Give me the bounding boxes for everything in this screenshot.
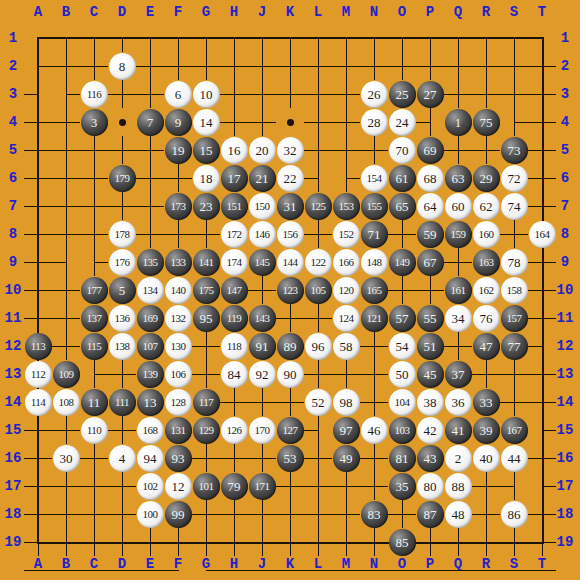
point-G9[interactable]: [220, 500, 248, 528]
stone-black-121-N11: 121: [361, 305, 388, 332]
col-label-O: O: [388, 0, 416, 24]
point-P8[interactable]: [304, 472, 332, 500]
stone-white-132-F11: 132: [165, 305, 192, 332]
stone-black-127-K15: 127: [277, 417, 304, 444]
point-K10[interactable]: [444, 528, 472, 556]
point-A3[interactable]: [52, 80, 80, 108]
point-G5[interactable]: [136, 192, 164, 220]
stone-white-150-J7: 150: [249, 193, 276, 220]
stone-white-110-C15: 110: [81, 417, 108, 444]
point-P5[interactable]: [304, 220, 332, 248]
point-L10[interactable]: [472, 528, 500, 556]
point-J9[interactable]: [276, 500, 304, 528]
point-F1[interactable]: [164, 24, 192, 52]
point-K7[interactable]: [220, 388, 248, 416]
point-H3[interactable]: [332, 80, 360, 108]
point-E6[interactable]: [52, 276, 80, 304]
col-label-F: F: [164, 0, 192, 24]
point-T7[interactable]: [304, 416, 332, 444]
point-L1[interactable]: [304, 24, 332, 52]
stone-white-126-H15: 126: [221, 417, 248, 444]
point-H7[interactable]: [500, 360, 528, 388]
point-N1[interactable]: [360, 24, 388, 52]
stone-white-92-J13: 92: [249, 361, 276, 388]
point-J6[interactable]: [528, 276, 556, 304]
stone-white-138-D12: 138: [109, 333, 136, 360]
stone-white-88-Q17: 88: [445, 473, 472, 500]
point-P6[interactable]: [52, 332, 80, 360]
point-C4[interactable]: [24, 136, 52, 164]
point-A8[interactable]: [528, 416, 556, 444]
point-H9[interactable]: [248, 500, 276, 528]
point-Q9[interactable]: [52, 528, 80, 556]
point-S6[interactable]: [444, 332, 472, 360]
col-label-S: S: [500, 0, 528, 24]
point-S7[interactable]: [108, 416, 136, 444]
point-H1[interactable]: [220, 24, 248, 52]
point-E3[interactable]: [248, 80, 276, 108]
stone-white-2-Q16: 2: [445, 445, 472, 472]
stone-black-49-M16: 49: [333, 445, 360, 472]
point-Q5[interactable]: [388, 220, 416, 248]
point-P4[interactable]: [52, 164, 80, 192]
stone-white-94-E16: 94: [137, 445, 164, 472]
stone-black-163-R9: 163: [473, 249, 500, 276]
point-N8[interactable]: [108, 472, 136, 500]
point-B3[interactable]: [108, 80, 136, 108]
stone-black-147-H10: 147: [221, 277, 248, 304]
point-Q7[interactable]: [24, 416, 52, 444]
stone-black-51-P12: 51: [417, 333, 444, 360]
point-D10[interactable]: [248, 528, 276, 556]
point-O4[interactable]: [24, 164, 52, 192]
stone-white-122-L9: 122: [305, 249, 332, 276]
point-A7[interactable]: [80, 360, 108, 388]
stone-black-97-M15: 97: [333, 417, 360, 444]
point-K1[interactable]: [276, 24, 304, 52]
stone-white-158-S10: 158: [501, 277, 528, 304]
stone-black-31-K7: 31: [277, 193, 304, 220]
stone-black-43-P16: 43: [417, 445, 444, 472]
point-Q8[interactable]: [332, 472, 360, 500]
point-A6[interactable]: [80, 248, 108, 276]
stone-black-63-Q6: 63: [445, 165, 472, 192]
point-E10[interactable]: [276, 528, 304, 556]
point-N9[interactable]: [472, 500, 500, 528]
stone-white-6-F3: 6: [165, 81, 192, 108]
point-R2[interactable]: [500, 52, 528, 80]
point-S5[interactable]: [24, 248, 52, 276]
stone-white-156-K8: 156: [277, 221, 304, 248]
row-label-11: 11: [0, 304, 26, 332]
point-C7[interactable]: [192, 360, 220, 388]
point-S1[interactable]: [500, 24, 528, 52]
point-L2[interactable]: [332, 52, 360, 80]
stone-black-153-M7: 153: [333, 193, 360, 220]
stone-white-114-A14: 114: [25, 389, 52, 416]
point-F10[interactable]: [304, 528, 332, 556]
stone-white-10-G3: 10: [193, 81, 220, 108]
stone-white-12-F17: 12: [165, 473, 192, 500]
point-Q6[interactable]: [192, 332, 220, 360]
point-M1[interactable]: [332, 24, 360, 52]
point-H4[interactable]: [304, 136, 332, 164]
point-K2[interactable]: [304, 52, 332, 80]
column-labels-top: ABCDEFGHJKLMNOPQRST: [24, 0, 556, 24]
point-L9[interactable]: [332, 500, 360, 528]
point-M2[interactable]: [360, 52, 388, 80]
point-P9[interactable]: [24, 528, 52, 556]
col-label-G: G: [192, 0, 220, 24]
point-N3[interactable]: [24, 108, 52, 136]
point-G6[interactable]: [388, 276, 416, 304]
point-C6[interactable]: [528, 248, 556, 276]
point-P3[interactable]: [220, 108, 248, 136]
point-B9[interactable]: [24, 500, 52, 528]
point-M8[interactable]: [80, 472, 108, 500]
point-T9[interactable]: [136, 528, 164, 556]
stone-black-79-H17: 79: [221, 473, 248, 500]
point-J2[interactable]: [276, 52, 304, 80]
stone-black-91-J12: 91: [249, 333, 276, 360]
star-point-K4: [287, 119, 294, 126]
point-D5[interactable]: [52, 192, 80, 220]
point-M10[interactable]: [500, 528, 528, 556]
point-R7[interactable]: [52, 416, 80, 444]
stone-black-135-E9: 135: [137, 249, 164, 276]
point-R8[interactable]: [360, 472, 388, 500]
col-label-M: M: [332, 0, 360, 24]
point-F5[interactable]: [108, 192, 136, 220]
stone-white-136-D11: 136: [109, 305, 136, 332]
point-C8[interactable]: [80, 444, 108, 472]
point-J10[interactable]: [416, 528, 444, 556]
point-L6[interactable]: [52, 304, 80, 332]
stone-black-41-Q15: 41: [445, 417, 472, 444]
point-H6[interactable]: [416, 276, 444, 304]
point-R1[interactable]: [472, 24, 500, 52]
row-label-18: 18: [0, 500, 26, 528]
point-D8[interactable]: [192, 444, 220, 472]
stone-black-137-C11: 137: [81, 305, 108, 332]
point-T5[interactable]: [52, 248, 80, 276]
col-label-T: T: [528, 0, 556, 24]
stone-white-98-M14: 98: [333, 389, 360, 416]
point-R5[interactable]: [500, 220, 528, 248]
point-F2[interactable]: [192, 52, 220, 80]
point-N2[interactable]: [388, 52, 416, 80]
point-B4[interactable]: [528, 108, 556, 136]
stone-black-7-E4: 7: [137, 109, 164, 136]
point-O8[interactable]: [276, 472, 304, 500]
stone-black-117-G14: 117: [193, 389, 220, 416]
point-N6[interactable]: [304, 304, 332, 332]
point-A4[interactable]: [500, 108, 528, 136]
point-G1[interactable]: [192, 24, 220, 52]
point-H10[interactable]: [360, 528, 388, 556]
point-N5[interactable]: [164, 220, 192, 248]
point-B2[interactable]: [52, 52, 80, 80]
point-Q2[interactable]: [472, 52, 500, 80]
point-F9[interactable]: [192, 500, 220, 528]
point-S3[interactable]: [332, 108, 360, 136]
point-T4[interactable]: [304, 164, 332, 192]
row-label-7: 7: [0, 192, 26, 220]
point-J4[interactable]: [332, 136, 360, 164]
point-J7[interactable]: [528, 360, 556, 388]
row-label-14: 14: [0, 388, 26, 416]
point-A2[interactable]: [24, 52, 52, 80]
point-O1[interactable]: [388, 24, 416, 52]
stone-black-87-P18: 87: [417, 501, 444, 528]
col-label-A: A: [24, 0, 52, 24]
stone-white-22-K6: 22: [277, 165, 304, 192]
point-S8[interactable]: [472, 472, 500, 500]
point-F7[interactable]: [360, 360, 388, 388]
point-E8[interactable]: [220, 444, 248, 472]
row-label-3: 3: [0, 80, 26, 108]
point-A1[interactable]: [24, 24, 52, 52]
point-B10[interactable]: [192, 528, 220, 556]
point-L3[interactable]: [500, 80, 528, 108]
point-C3[interactable]: [136, 80, 164, 108]
point-P1[interactable]: [416, 24, 444, 52]
point-K8[interactable]: [24, 472, 52, 500]
stone-black-35-O17: 35: [389, 473, 416, 500]
point-B1[interactable]: [52, 24, 80, 52]
stone-black-25-O3: 25: [389, 81, 416, 108]
point-C5[interactable]: [24, 192, 52, 220]
row-label-2: 2: [0, 52, 26, 80]
point-A9[interactable]: [528, 472, 556, 500]
point-K6[interactable]: [24, 304, 52, 332]
point-A10[interactable]: [164, 528, 192, 556]
point-R4[interactable]: [136, 164, 164, 192]
stone-white-28-N4: 28: [361, 109, 388, 136]
stone-white-48-Q18: 48: [445, 501, 472, 528]
point-O3[interactable]: [52, 108, 80, 136]
point-K4[interactable]: [360, 136, 388, 164]
point-E9[interactable]: [108, 500, 136, 528]
row-label-12: 12: [0, 332, 26, 360]
point-D4[interactable]: [52, 136, 80, 164]
point-B7[interactable]: [108, 360, 136, 388]
point-D6[interactable]: [24, 276, 52, 304]
stone-black-45-P13: 45: [417, 361, 444, 388]
point-B6[interactable]: [444, 248, 472, 276]
point-F8[interactable]: [248, 444, 276, 472]
point-Q1[interactable]: [444, 24, 472, 52]
stone-white-26-N3: 26: [361, 81, 388, 108]
point-C9[interactable]: [52, 500, 80, 528]
point-H5[interactable]: [528, 192, 556, 220]
point-J3[interactable]: [444, 80, 472, 108]
point-P2[interactable]: [444, 52, 472, 80]
point-O9[interactable]: [528, 500, 556, 528]
row-label-9: 9: [0, 248, 26, 276]
stone-black-169-E11: 169: [137, 305, 164, 332]
point-T1[interactable]: [528, 24, 556, 52]
stone-white-166-M9: 166: [333, 249, 360, 276]
stone-black-89-K12: 89: [277, 333, 304, 360]
col-label-N: N: [360, 0, 388, 24]
stone-black-157-S11: 157: [501, 305, 528, 332]
point-G3[interactable]: [304, 80, 332, 108]
point-Q4[interactable]: [80, 164, 108, 192]
stone-white-160-R8: 160: [473, 221, 500, 248]
stone-black-85-O19: 85: [389, 529, 416, 556]
stone-white-172-H8: 172: [221, 221, 248, 248]
stone-white-16-H5: 16: [221, 137, 248, 164]
point-H8[interactable]: [360, 444, 388, 472]
point-J5[interactable]: [24, 220, 52, 248]
point-O7[interactable]: [500, 388, 528, 416]
point-G7[interactable]: [472, 360, 500, 388]
stone-black-131-F15: 131: [165, 417, 192, 444]
point-M4[interactable]: [472, 136, 500, 164]
stone-white-58-M12: 58: [333, 333, 360, 360]
point-E1[interactable]: [136, 24, 164, 52]
point-M6[interactable]: [276, 304, 304, 332]
point-T6[interactable]: [528, 332, 556, 360]
point-A5[interactable]: [332, 164, 360, 192]
stone-white-118-H12: 118: [221, 333, 248, 360]
stone-black-161-Q10: 161: [445, 277, 472, 304]
point-M3[interactable]: [528, 80, 556, 108]
stone-white-144-K9: 144: [277, 249, 304, 276]
point-C10[interactable]: [220, 528, 248, 556]
stone-white-86-S18: 86: [501, 501, 528, 528]
stone-black-1-Q4: 1: [445, 109, 472, 136]
point-J8[interactable]: [528, 444, 556, 472]
point-O5[interactable]: [192, 220, 220, 248]
point-D9[interactable]: [80, 500, 108, 528]
point-M7[interactable]: [276, 388, 304, 416]
point-K9[interactable]: [304, 500, 332, 528]
point-L5[interactable]: [80, 220, 108, 248]
stone-white-128-F14: 128: [165, 389, 192, 416]
point-N7[interactable]: [360, 388, 388, 416]
point-M5[interactable]: [136, 220, 164, 248]
stone-black-11-C14: 11: [81, 389, 108, 416]
stone-white-124-M11: 124: [333, 305, 360, 332]
point-G10[interactable]: [332, 528, 360, 556]
point-D1[interactable]: [108, 24, 136, 52]
point-N4[interactable]: [528, 136, 556, 164]
row-label-4: 4: [0, 108, 26, 136]
go-kifu-page: { "game": "go", "description": "19x19 Go…: [0, 0, 580, 580]
stone-black-173-F7: 173: [165, 193, 192, 220]
stone-black-27-P3: 27: [417, 81, 444, 108]
point-K5[interactable]: [52, 220, 80, 248]
stone-white-4-D16: 4: [109, 445, 136, 472]
stone-black-59-P8: 59: [417, 221, 444, 248]
point-O2[interactable]: [416, 52, 444, 80]
point-E2[interactable]: [164, 52, 192, 80]
point-M9[interactable]: [388, 500, 416, 528]
stone-black-33-R14: 33: [473, 389, 500, 416]
point-N10[interactable]: [528, 528, 556, 556]
col-label-H: H: [220, 0, 248, 24]
stone-white-152-M8: 152: [333, 221, 360, 248]
stone-white-72-S6: 72: [501, 165, 528, 192]
point-R3[interactable]: [304, 108, 332, 136]
point-B8[interactable]: [24, 444, 52, 472]
point-R6[interactable]: [360, 332, 388, 360]
point-B5[interactable]: [528, 164, 556, 192]
stone-white-14-G4: 14: [193, 109, 220, 136]
point-S2[interactable]: [528, 52, 556, 80]
stone-black-141-G9: 141: [193, 249, 220, 276]
stone-white-104-O14: 104: [389, 389, 416, 416]
point-L7[interactable]: [248, 388, 276, 416]
point-G4[interactable]: [136, 136, 164, 164]
row-label-5: 5: [0, 136, 26, 164]
point-E5[interactable]: [80, 192, 108, 220]
point-R9[interactable]: [80, 528, 108, 556]
point-T3[interactable]: [416, 108, 444, 136]
stone-white-130-F12: 130: [165, 333, 192, 360]
stone-black-171-J17: 171: [249, 473, 276, 500]
stone-white-90-K13: 90: [277, 361, 304, 388]
point-G8[interactable]: [304, 444, 332, 472]
point-Q3[interactable]: [248, 108, 276, 136]
stone-white-108-B14: 108: [53, 389, 80, 416]
stone-black-19-F5: 19: [165, 137, 192, 164]
point-E4[interactable]: [80, 136, 108, 164]
point-D7[interactable]: [304, 360, 332, 388]
stone-black-57-O11: 57: [389, 305, 416, 332]
stone-white-148-N9: 148: [361, 249, 388, 276]
stone-black-165-N10: 165: [361, 277, 388, 304]
stone-black-149-O9: 149: [389, 249, 416, 276]
stone-white-44-S16: 44: [501, 445, 528, 472]
point-F6[interactable]: [248, 276, 276, 304]
point-C2[interactable]: [80, 52, 108, 80]
point-D2[interactable]: [136, 52, 164, 80]
stone-black-73-S5: 73: [501, 137, 528, 164]
point-E7[interactable]: [332, 360, 360, 388]
point-G2[interactable]: [220, 52, 248, 80]
point-C1[interactable]: [80, 24, 108, 52]
point-F3[interactable]: [276, 80, 304, 108]
row-label-10: 10: [0, 276, 26, 304]
row-label-13: 13: [0, 360, 26, 388]
stone-black-29-R6: 29: [473, 165, 500, 192]
point-J1[interactable]: [248, 24, 276, 52]
stone-white-52-L14: 52: [305, 389, 332, 416]
stone-white-102-E17: 102: [137, 473, 164, 500]
point-L4[interactable]: [444, 136, 472, 164]
point-T2[interactable]: [24, 80, 52, 108]
point-T8[interactable]: [500, 472, 528, 500]
stone-white-178-D8: 178: [109, 221, 136, 248]
point-H2[interactable]: [248, 52, 276, 80]
point-L8[interactable]: [52, 472, 80, 500]
point-D3[interactable]: [220, 80, 248, 108]
point-K3[interactable]: [472, 80, 500, 108]
point-P7[interactable]: [528, 388, 556, 416]
point-O6[interactable]: [528, 304, 556, 332]
star-point-D4: [119, 119, 126, 126]
row-label-15: 15: [0, 416, 26, 444]
stone-black-69-P5: 69: [417, 137, 444, 164]
point-F4[interactable]: [108, 136, 136, 164]
stone-white-154-N6: 154: [361, 165, 388, 192]
point-S9[interactable]: [108, 528, 136, 556]
point-S4[interactable]: [164, 164, 192, 192]
row-label-16: 16: [0, 444, 26, 472]
